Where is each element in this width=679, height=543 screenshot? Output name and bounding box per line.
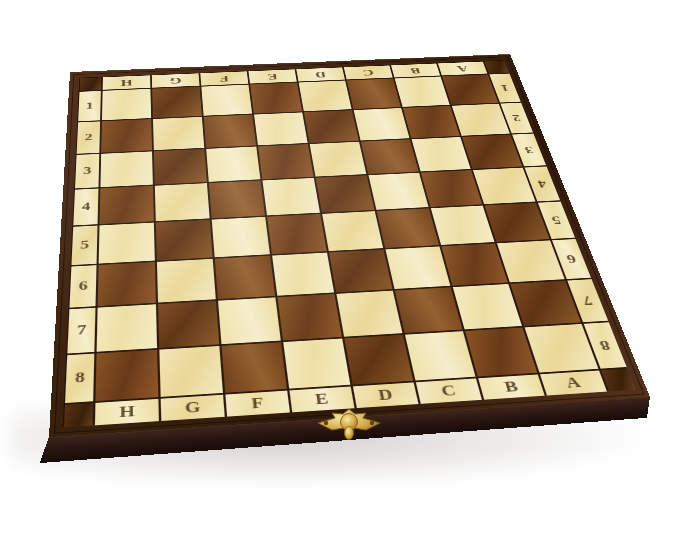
square-c4[interactable] [369, 173, 429, 210]
rank-label-left-1-label: 1 [78, 91, 101, 121]
square-c6[interactable] [385, 246, 450, 289]
square-f6[interactable] [215, 256, 275, 299]
file-label-bottom-d: D [353, 382, 419, 408]
file-label-top-c-label: C [344, 65, 393, 79]
square-e1[interactable] [250, 83, 302, 114]
rank-label-left-5-label: 5 [71, 226, 97, 266]
square-e6[interactable] [272, 253, 334, 296]
square-g8[interactable] [159, 346, 223, 397]
square-e4[interactable] [262, 178, 319, 215]
square-f5[interactable] [212, 217, 270, 257]
square-f4[interactable] [209, 181, 265, 219]
square-g1[interactable] [152, 87, 202, 118]
file-label-top-f: F [200, 71, 248, 85]
rank-label-left-5: 5 [71, 226, 97, 266]
rank-label-left-3-label: 3 [75, 154, 99, 189]
square-g3[interactable] [154, 149, 207, 185]
chess-box-photo: HGFEDCBA1122334455667788HGFEDCBA [0, 0, 679, 543]
file-label-bottom-h-label: H [95, 399, 159, 425]
file-label-top-e: E [248, 69, 296, 83]
board-grid: HGFEDCBA1122334455667788HGFEDCBA [63, 60, 635, 426]
rank-label-left-8-label: 8 [65, 354, 94, 403]
file-label-bottom-h: H [95, 399, 159, 425]
rank-label-left-3: 3 [75, 154, 99, 189]
square-b6[interactable] [441, 243, 507, 285]
square-d5[interactable] [322, 211, 383, 251]
square-b2[interactable] [403, 106, 460, 138]
square-e5[interactable] [267, 214, 327, 254]
file-label-top-d: D [296, 67, 345, 81]
rank-label-left-4-label: 4 [73, 189, 98, 226]
file-label-top-f-label: F [200, 71, 248, 85]
square-a2[interactable] [452, 104, 510, 136]
file-label-top-b-label: B [391, 63, 440, 77]
square-f8[interactable] [222, 342, 287, 393]
square-h1[interactable] [102, 89, 151, 120]
square-e8[interactable] [283, 338, 350, 388]
corner-bottom-right [601, 369, 635, 392]
square-d2[interactable] [304, 110, 359, 143]
square-h4[interactable] [100, 186, 154, 224]
square-e7[interactable] [277, 294, 341, 340]
rank-label-left-2-label: 2 [77, 121, 100, 153]
rank-label-left-7-label: 7 [67, 308, 95, 354]
file-label-top-g: G [152, 73, 200, 87]
corner-top-left [80, 77, 102, 90]
square-d6[interactable] [329, 249, 392, 292]
file-label-bottom-c-label: C [416, 378, 482, 403]
square-d8[interactable] [344, 335, 413, 385]
square-a1[interactable] [442, 75, 498, 105]
square-h5[interactable] [99, 223, 155, 264]
square-g2[interactable] [153, 117, 204, 150]
file-label-top-b: B [391, 63, 440, 77]
file-label-bottom-a: A [540, 370, 607, 395]
file-label-bottom-d-label: D [353, 382, 419, 408]
file-label-top-a-label: A [438, 62, 487, 76]
rank-label-left-2: 2 [77, 121, 100, 153]
square-c8[interactable] [405, 331, 476, 380]
file-label-bottom-b-label: B [478, 374, 545, 399]
square-b5[interactable] [431, 206, 495, 245]
rank-label-left-1: 1 [78, 91, 101, 121]
square-h6[interactable] [98, 262, 156, 306]
square-g7[interactable] [158, 301, 219, 348]
square-c2[interactable] [354, 108, 410, 140]
file-label-bottom-b: B [478, 374, 545, 399]
corner-bottom-left [64, 403, 93, 427]
rank-label-left-4: 4 [73, 189, 98, 226]
square-g4[interactable] [155, 183, 210, 221]
square-h8[interactable] [95, 350, 158, 401]
file-label-bottom-c: C [416, 378, 482, 403]
file-label-bottom-g-label: G [161, 395, 225, 421]
square-h2[interactable] [101, 119, 152, 152]
file-label-top-d-label: D [296, 67, 345, 81]
square-e2[interactable] [254, 112, 308, 145]
file-label-bottom-f-label: F [225, 391, 290, 417]
file-label-top-h-label: H [103, 75, 151, 89]
file-label-top-c: C [344, 65, 393, 79]
square-f2[interactable] [204, 115, 256, 148]
square-f1[interactable] [201, 85, 252, 116]
square-h3[interactable] [100, 151, 152, 187]
file-label-bottom-g: G [161, 395, 225, 421]
rank-label-left-8: 8 [65, 354, 94, 403]
rank-label-left-7: 7 [67, 308, 95, 354]
square-b4[interactable] [421, 170, 482, 207]
square-g5[interactable] [156, 220, 213, 261]
square-d4[interactable] [316, 175, 375, 212]
square-f3[interactable] [206, 147, 260, 182]
square-d3[interactable] [310, 142, 367, 177]
square-c1[interactable] [347, 79, 401, 110]
file-label-top-a: A [438, 62, 487, 76]
file-label-bottom-a-label: A [540, 370, 607, 395]
file-label-top-e-label: E [248, 69, 296, 83]
square-b3[interactable] [412, 137, 471, 171]
square-c3[interactable] [361, 139, 419, 174]
square-d1[interactable] [299, 81, 352, 112]
square-c7[interactable] [395, 287, 463, 333]
chess-board-top: HGFEDCBA1122334455667788HGFEDCBA [49, 54, 650, 438]
file-label-top-h: H [103, 75, 151, 89]
file-label-bottom-f: F [225, 391, 290, 417]
rank-label-left-6-label: 6 [69, 265, 96, 307]
square-b1[interactable] [395, 77, 450, 107]
corner-top-right [484, 61, 509, 74]
brass-clasp-icon[interactable] [314, 408, 384, 450]
square-c5[interactable] [377, 208, 439, 248]
square-d7[interactable] [336, 291, 402, 337]
square-g6[interactable] [157, 259, 216, 303]
square-f7[interactable] [218, 297, 281, 344]
square-h7[interactable] [97, 304, 157, 351]
rank-label-left-6: 6 [69, 265, 96, 307]
file-label-top-g-label: G [152, 73, 200, 87]
square-e3[interactable] [258, 144, 313, 179]
